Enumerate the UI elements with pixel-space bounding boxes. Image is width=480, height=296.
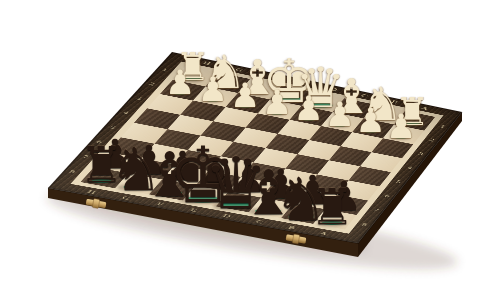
rank-label-left: 8 bbox=[61, 168, 83, 175]
rank-label-right: 3 bbox=[411, 150, 430, 157]
rank-label-right: 4 bbox=[400, 164, 419, 171]
rank-label-right: 7 bbox=[366, 207, 385, 214]
rank-label-right: 5 bbox=[389, 178, 408, 185]
rank-label-right: 8 bbox=[355, 221, 374, 228]
rank-label-left: 1 bbox=[154, 66, 175, 73]
rank-label-right: 6 bbox=[378, 192, 397, 199]
rank-label-left: 3 bbox=[128, 95, 149, 102]
rank-label-right: 1 bbox=[433, 123, 451, 130]
rank-label-left: 5 bbox=[102, 123, 123, 130]
rank-label-left: 7 bbox=[75, 153, 97, 160]
rank-label-left: 2 bbox=[142, 80, 163, 87]
chess-set-photo: HGFEDCBAHGFEDCBA1234567812345678 ♜♞♝♛♚♝♞… bbox=[0, 0, 480, 296]
rank-label-right: 2 bbox=[423, 137, 441, 144]
rank-label-left: 4 bbox=[115, 109, 136, 116]
rank-label-left: 6 bbox=[89, 138, 110, 145]
